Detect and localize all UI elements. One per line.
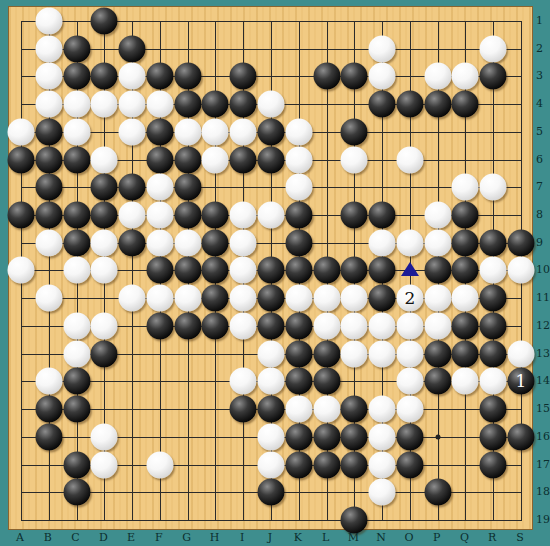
black-stone[interactable]: [258, 285, 285, 312]
black-stone[interactable]: [285, 340, 312, 367]
black-stone[interactable]: [452, 312, 479, 339]
col-label: P: [433, 531, 440, 544]
black-stone[interactable]: [452, 202, 479, 229]
col-label: J: [268, 531, 272, 544]
black-stone[interactable]: [91, 340, 118, 367]
white-stone[interactable]: [285, 174, 312, 201]
col-label: F: [155, 531, 163, 544]
white-stone[interactable]: [424, 285, 451, 312]
black-stone[interactable]: [63, 368, 90, 395]
white-stone[interactable]: [285, 285, 312, 312]
col-label: S: [516, 531, 524, 544]
white-stone[interactable]: [396, 396, 423, 423]
row-label: 12: [536, 318, 550, 331]
black-stone[interactable]: [369, 257, 396, 284]
white-stone[interactable]: [452, 174, 479, 201]
white-stone[interactable]: [369, 312, 396, 339]
row-label: 17: [536, 457, 550, 470]
black-stone[interactable]: [285, 451, 312, 478]
white-stone[interactable]: [91, 229, 118, 256]
white-stone[interactable]: [91, 451, 118, 478]
move-number-label: 1: [516, 373, 527, 390]
black-stone[interactable]: [285, 229, 312, 256]
white-stone[interactable]: [174, 229, 201, 256]
black-stone[interactable]: [341, 63, 368, 90]
black-stone[interactable]: [174, 202, 201, 229]
row-label: 3: [536, 69, 543, 82]
white-stone[interactable]: [91, 423, 118, 450]
white-stone[interactable]: [8, 257, 35, 284]
black-stone[interactable]: [424, 368, 451, 395]
white-stone[interactable]: [63, 118, 90, 145]
col-label: G: [182, 531, 191, 544]
row-label: 5: [536, 124, 543, 137]
col-label: D: [99, 531, 108, 544]
black-stone[interactable]: [230, 63, 257, 90]
black-stone[interactable]: [63, 451, 90, 478]
go-diagram: 21 ABCDEFGHIJKLMNOPQRS 12345678910111213…: [0, 0, 550, 546]
black-stone[interactable]: [480, 229, 507, 256]
black-stone[interactable]: [424, 91, 451, 118]
white-stone[interactable]: [146, 174, 173, 201]
row-label: 15: [536, 402, 550, 415]
white-stone[interactable]: [146, 285, 173, 312]
black-stone[interactable]: [35, 202, 62, 229]
black-stone[interactable]: [452, 340, 479, 367]
black-stone[interactable]: [285, 312, 312, 339]
white-stone[interactable]: [313, 396, 340, 423]
black-stone[interactable]: [63, 146, 90, 173]
white-stone[interactable]: [369, 35, 396, 62]
black-stone[interactable]: [174, 174, 201, 201]
col-label: A: [16, 531, 24, 544]
white-stone[interactable]: [480, 257, 507, 284]
black-stone[interactable]: [341, 118, 368, 145]
black-stone[interactable]: [258, 312, 285, 339]
black-stone[interactable]: [341, 506, 368, 533]
black-stone[interactable]: [174, 91, 201, 118]
white-stone[interactable]: [508, 340, 535, 367]
black-stone[interactable]: [396, 423, 423, 450]
black-stone[interactable]: [119, 229, 146, 256]
white-stone[interactable]: [91, 146, 118, 173]
white-stone[interactable]: [369, 451, 396, 478]
white-stone[interactable]: [35, 91, 62, 118]
star-point: [435, 434, 440, 439]
black-stone[interactable]: [202, 91, 229, 118]
white-stone[interactable]: [230, 368, 257, 395]
black-stone[interactable]: [285, 423, 312, 450]
col-label: C: [71, 531, 79, 544]
black-stone[interactable]: [452, 91, 479, 118]
white-stone[interactable]: [146, 229, 173, 256]
white-stone[interactable]: [396, 340, 423, 367]
black-stone[interactable]: [146, 118, 173, 145]
black-stone[interactable]: [119, 35, 146, 62]
black-stone[interactable]: [174, 312, 201, 339]
black-stone[interactable]: [480, 451, 507, 478]
black-stone[interactable]: [63, 229, 90, 256]
black-stone[interactable]: [91, 174, 118, 201]
black-stone[interactable]: [91, 63, 118, 90]
white-stone[interactable]: [230, 229, 257, 256]
black-stone[interactable]: [8, 202, 35, 229]
row-label: 4: [536, 97, 543, 110]
black-stone[interactable]: [369, 91, 396, 118]
black-stone[interactable]: [480, 396, 507, 423]
go-board[interactable]: 21: [8, 6, 533, 530]
black-stone[interactable]: [258, 257, 285, 284]
black-stone[interactable]: [202, 257, 229, 284]
white-stone[interactable]: [369, 423, 396, 450]
white-stone[interactable]: [119, 91, 146, 118]
white-stone[interactable]: [230, 312, 257, 339]
white-stone[interactable]: [91, 91, 118, 118]
white-stone[interactable]: [258, 368, 285, 395]
black-stone[interactable]: [313, 63, 340, 90]
black-stone[interactable]: [91, 202, 118, 229]
white-stone[interactable]: [258, 91, 285, 118]
white-stone[interactable]: [369, 479, 396, 506]
white-stone[interactable]: [174, 285, 201, 312]
white-stone[interactable]: [424, 63, 451, 90]
col-label: E: [127, 531, 135, 544]
black-stone[interactable]: [230, 146, 257, 173]
black-stone[interactable]: [313, 368, 340, 395]
black-stone[interactable]: [396, 451, 423, 478]
row-label: 13: [536, 346, 550, 359]
white-stone[interactable]: [91, 312, 118, 339]
col-label: B: [44, 531, 52, 544]
black-stone[interactable]: [424, 479, 451, 506]
black-stone[interactable]: [285, 202, 312, 229]
white-stone[interactable]: [508, 257, 535, 284]
white-stone[interactable]: [63, 340, 90, 367]
black-stone[interactable]: [452, 229, 479, 256]
black-stone[interactable]: [341, 202, 368, 229]
black-stone[interactable]: [63, 63, 90, 90]
black-stone[interactable]: [35, 174, 62, 201]
white-stone[interactable]: [452, 285, 479, 312]
black-stone[interactable]: [230, 396, 257, 423]
black-stone[interactable]: [258, 146, 285, 173]
white-stone[interactable]: [230, 202, 257, 229]
white-stone[interactable]: [146, 451, 173, 478]
white-stone[interactable]: [119, 285, 146, 312]
white-stone[interactable]: [480, 174, 507, 201]
row-label: 8: [536, 208, 543, 221]
col-label: L: [322, 531, 329, 544]
white-stone[interactable]: [258, 451, 285, 478]
white-stone[interactable]: [480, 368, 507, 395]
white-stone[interactable]: [341, 340, 368, 367]
black-stone[interactable]: [313, 423, 340, 450]
white-stone[interactable]: [63, 312, 90, 339]
black-stone[interactable]: [369, 202, 396, 229]
white-stone[interactable]: [258, 423, 285, 450]
white-stone[interactable]: [119, 118, 146, 145]
white-stone[interactable]: [369, 340, 396, 367]
white-stone[interactable]: [285, 396, 312, 423]
black-stone[interactable]: [313, 451, 340, 478]
black-stone[interactable]: [146, 63, 173, 90]
white-stone[interactable]: [369, 229, 396, 256]
white-stone[interactable]: [396, 368, 423, 395]
black-stone[interactable]: [63, 479, 90, 506]
col-label: Q: [460, 531, 469, 544]
white-stone[interactable]: [285, 146, 312, 173]
white-stone[interactable]: [341, 312, 368, 339]
row-label: 11: [536, 291, 550, 304]
black-stone[interactable]: [508, 229, 535, 256]
black-stone[interactable]: [396, 91, 423, 118]
white-stone[interactable]: [258, 340, 285, 367]
white-stone[interactable]: [396, 229, 423, 256]
white-stone[interactable]: [313, 285, 340, 312]
black-stone[interactable]: 1: [508, 368, 535, 395]
black-stone[interactable]: [202, 285, 229, 312]
col-label: I: [240, 531, 244, 544]
white-stone[interactable]: [119, 202, 146, 229]
white-stone[interactable]: [424, 202, 451, 229]
white-stone[interactable]: [230, 118, 257, 145]
black-stone[interactable]: [341, 451, 368, 478]
row-label: 10: [536, 263, 550, 276]
move-number-label: 2: [404, 290, 415, 307]
white-stone[interactable]: [369, 396, 396, 423]
row-label: 2: [536, 41, 543, 54]
black-stone[interactable]: [480, 312, 507, 339]
white-stone[interactable]: [258, 202, 285, 229]
black-stone[interactable]: [8, 146, 35, 173]
black-stone[interactable]: [424, 257, 451, 284]
black-stone[interactable]: [91, 8, 118, 35]
white-stone[interactable]: [35, 35, 62, 62]
black-stone[interactable]: [202, 202, 229, 229]
black-stone[interactable]: [63, 35, 90, 62]
white-stone[interactable]: [396, 312, 423, 339]
white-stone[interactable]: [174, 118, 201, 145]
black-stone[interactable]: [285, 368, 312, 395]
black-stone[interactable]: [369, 285, 396, 312]
white-stone[interactable]: [35, 8, 62, 35]
white-stone[interactable]: [202, 146, 229, 173]
white-stone[interactable]: [119, 63, 146, 90]
row-label: 16: [536, 429, 550, 442]
white-stone[interactable]: [35, 63, 62, 90]
col-label: K: [294, 531, 302, 544]
black-stone[interactable]: [508, 423, 535, 450]
black-stone[interactable]: [35, 423, 62, 450]
white-stone[interactable]: [91, 257, 118, 284]
white-stone[interactable]: [452, 368, 479, 395]
col-label: M: [348, 531, 359, 544]
white-stone[interactable]: [369, 63, 396, 90]
row-label: 19: [536, 512, 550, 525]
black-stone[interactable]: [202, 312, 229, 339]
black-stone[interactable]: [285, 257, 312, 284]
black-stone[interactable]: [174, 146, 201, 173]
black-stone[interactable]: [424, 340, 451, 367]
white-stone[interactable]: [230, 257, 257, 284]
row-label: 14: [536, 374, 550, 387]
black-stone[interactable]: [480, 340, 507, 367]
white-stone[interactable]: [35, 368, 62, 395]
black-stone[interactable]: [313, 257, 340, 284]
black-stone[interactable]: [341, 396, 368, 423]
black-stone[interactable]: [174, 63, 201, 90]
col-label: O: [404, 531, 413, 544]
grid-line-horizontal: [21, 520, 522, 521]
white-stone[interactable]: [35, 229, 62, 256]
white-stone[interactable]: [146, 202, 173, 229]
row-label: 18: [536, 485, 550, 498]
col-label: H: [210, 531, 220, 544]
white-stone[interactable]: [285, 118, 312, 145]
white-stone[interactable]: [480, 35, 507, 62]
black-stone[interactable]: [341, 423, 368, 450]
white-stone[interactable]: 2: [396, 285, 423, 312]
black-stone[interactable]: [119, 174, 146, 201]
white-stone[interactable]: [396, 146, 423, 173]
row-label: 6: [536, 152, 543, 165]
black-stone[interactable]: [146, 257, 173, 284]
black-stone[interactable]: [258, 396, 285, 423]
black-stone[interactable]: [313, 340, 340, 367]
triangle-marker: [401, 262, 419, 276]
black-stone[interactable]: [480, 285, 507, 312]
black-stone[interactable]: [146, 146, 173, 173]
black-stone[interactable]: [341, 257, 368, 284]
white-stone[interactable]: [63, 91, 90, 118]
white-stone[interactable]: [146, 91, 173, 118]
col-label: R: [488, 531, 496, 544]
black-stone[interactable]: [480, 63, 507, 90]
white-stone[interactable]: [202, 118, 229, 145]
black-stone[interactable]: [35, 118, 62, 145]
white-stone[interactable]: [341, 146, 368, 173]
black-stone[interactable]: [35, 146, 62, 173]
black-stone[interactable]: [35, 396, 62, 423]
white-stone[interactable]: [8, 118, 35, 145]
white-stone[interactable]: [313, 312, 340, 339]
black-stone[interactable]: [63, 202, 90, 229]
white-stone[interactable]: [63, 257, 90, 284]
black-stone[interactable]: [230, 91, 257, 118]
black-stone[interactable]: [202, 229, 229, 256]
row-label: 1: [536, 14, 543, 27]
black-stone[interactable]: [480, 423, 507, 450]
white-stone[interactable]: [341, 285, 368, 312]
white-stone[interactable]: [424, 312, 451, 339]
white-stone[interactable]: [452, 63, 479, 90]
col-label: N: [376, 531, 386, 544]
black-stone[interactable]: [258, 479, 285, 506]
white-stone[interactable]: [35, 285, 62, 312]
black-stone[interactable]: [258, 118, 285, 145]
black-stone[interactable]: [146, 312, 173, 339]
white-stone[interactable]: [424, 229, 451, 256]
black-stone[interactable]: [452, 257, 479, 284]
white-stone[interactable]: [230, 285, 257, 312]
black-stone[interactable]: [63, 396, 90, 423]
black-stone[interactable]: [174, 257, 201, 284]
row-label: 7: [536, 180, 543, 193]
row-label: 9: [536, 235, 543, 248]
